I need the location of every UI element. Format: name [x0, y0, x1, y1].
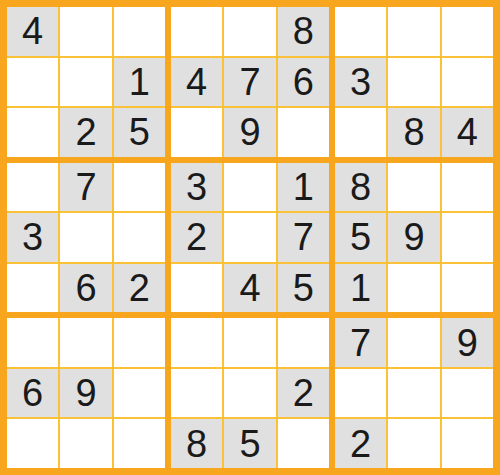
cell-r2c8[interactable] [388, 58, 439, 107]
cell-r8c7[interactable] [335, 369, 386, 418]
box-r1c1: 4125 [7, 7, 165, 157]
cell-r3c6[interactable] [278, 108, 329, 157]
cell-r7c2[interactable] [60, 318, 111, 367]
cell-r5c3[interactable] [114, 213, 165, 262]
cell-r2c3[interactable]: 1 [114, 58, 165, 107]
box-r3c1: 69 [7, 318, 165, 468]
cell-r8c5[interactable] [224, 369, 275, 418]
cell-r5c2[interactable] [60, 213, 111, 262]
cell-r8c4[interactable] [171, 369, 222, 418]
cell-r5c7[interactable]: 5 [335, 213, 386, 262]
cell-r8c8[interactable] [388, 369, 439, 418]
cell-r8c6[interactable]: 2 [278, 369, 329, 418]
cell-r7c5[interactable] [224, 318, 275, 367]
cell-r9c8[interactable] [388, 419, 439, 468]
cell-r6c8[interactable] [388, 264, 439, 313]
cell-r4c2[interactable]: 7 [60, 163, 111, 212]
cell-r5c5[interactable] [224, 213, 275, 262]
cell-r9c7[interactable]: 2 [335, 419, 386, 468]
cell-r7c6[interactable] [278, 318, 329, 367]
cell-r9c1[interactable] [7, 419, 58, 468]
cell-r2c7[interactable]: 3 [335, 58, 386, 107]
cell-r4c7[interactable]: 8 [335, 163, 386, 212]
cell-r7c7[interactable]: 7 [335, 318, 386, 367]
cell-r3c5[interactable]: 9 [224, 108, 275, 157]
box-r3c2: 285 [171, 318, 329, 468]
cell-r6c3[interactable]: 2 [114, 264, 165, 313]
cell-r2c6[interactable]: 6 [278, 58, 329, 107]
cell-r3c9[interactable]: 4 [442, 108, 493, 157]
cell-r8c3[interactable] [114, 369, 165, 418]
cell-r9c5[interactable]: 5 [224, 419, 275, 468]
cell-r7c8[interactable] [388, 318, 439, 367]
cell-r2c2[interactable] [60, 58, 111, 107]
cell-r1c4[interactable] [171, 7, 222, 56]
cell-r6c5[interactable]: 4 [224, 264, 275, 313]
cell-r1c5[interactable] [224, 7, 275, 56]
cell-r6c4[interactable] [171, 264, 222, 313]
cell-r4c1[interactable] [7, 163, 58, 212]
cell-r8c9[interactable] [442, 369, 493, 418]
box-r3c3: 792 [335, 318, 493, 468]
cell-r4c9[interactable] [442, 163, 493, 212]
cell-r1c3[interactable] [114, 7, 165, 56]
cell-r4c4[interactable]: 3 [171, 163, 222, 212]
cell-r1c8[interactable] [388, 7, 439, 56]
cell-r2c9[interactable] [442, 58, 493, 107]
cell-r1c2[interactable] [60, 7, 111, 56]
cell-r5c1[interactable]: 3 [7, 213, 58, 262]
cell-r5c4[interactable]: 2 [171, 213, 222, 262]
cell-r7c4[interactable] [171, 318, 222, 367]
sudoku-board: 4125847693847362312745859169285792 [0, 0, 500, 475]
cell-r3c7[interactable] [335, 108, 386, 157]
cell-r8c2[interactable]: 9 [60, 369, 111, 418]
cell-r7c1[interactable] [7, 318, 58, 367]
cell-r2c4[interactable]: 4 [171, 58, 222, 107]
cell-r2c1[interactable] [7, 58, 58, 107]
cell-r1c7[interactable] [335, 7, 386, 56]
cell-r4c5[interactable] [224, 163, 275, 212]
cell-r6c7[interactable]: 1 [335, 264, 386, 313]
cell-r3c2[interactable]: 2 [60, 108, 111, 157]
cell-r3c4[interactable] [171, 108, 222, 157]
cell-r2c5[interactable]: 7 [224, 58, 275, 107]
cell-r1c6[interactable]: 8 [278, 7, 329, 56]
cell-r1c9[interactable] [442, 7, 493, 56]
cell-r4c8[interactable] [388, 163, 439, 212]
cell-r3c3[interactable]: 5 [114, 108, 165, 157]
cell-r9c4[interactable]: 8 [171, 419, 222, 468]
cell-r9c2[interactable] [60, 419, 111, 468]
cell-r4c3[interactable] [114, 163, 165, 212]
cell-r9c9[interactable] [442, 419, 493, 468]
cell-r5c8[interactable]: 9 [388, 213, 439, 262]
cell-r6c6[interactable]: 5 [278, 264, 329, 313]
cell-r9c6[interactable] [278, 419, 329, 468]
cell-r5c9[interactable] [442, 213, 493, 262]
cell-r6c9[interactable] [442, 264, 493, 313]
cell-r6c1[interactable] [7, 264, 58, 313]
box-r2c3: 8591 [335, 163, 493, 313]
box-r1c3: 384 [335, 7, 493, 157]
cell-r6c2[interactable]: 6 [60, 264, 111, 313]
cell-r9c3[interactable] [114, 419, 165, 468]
cell-r7c9[interactable]: 9 [442, 318, 493, 367]
cell-r4c6[interactable]: 1 [278, 163, 329, 212]
box-r2c2: 312745 [171, 163, 329, 313]
cell-r3c1[interactable] [7, 108, 58, 157]
cell-r5c6[interactable]: 7 [278, 213, 329, 262]
box-r1c2: 84769 [171, 7, 329, 157]
cell-r1c1[interactable]: 4 [7, 7, 58, 56]
cell-r7c3[interactable] [114, 318, 165, 367]
box-r2c1: 7362 [7, 163, 165, 313]
cell-r3c8[interactable]: 8 [388, 108, 439, 157]
cell-r8c1[interactable]: 6 [7, 369, 58, 418]
